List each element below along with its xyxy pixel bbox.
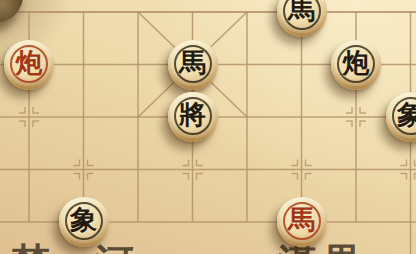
piece-glyph-general: 將 <box>168 101 218 128</box>
piece-glyph-elephant: 象 <box>386 101 416 128</box>
piece-black-horse-palace[interactable]: 馬 <box>168 40 218 90</box>
piece-black-elephant-left[interactable]: 象 <box>59 197 109 247</box>
piece-face: 馬 <box>277 197 327 243</box>
piece-face: 馬 <box>168 40 218 86</box>
piece-glyph-horse: 馬 <box>277 206 327 233</box>
piece-face: 將 <box>168 92 218 138</box>
piece-glyph-cannon: 炮 <box>331 49 381 76</box>
piece-face: 炮 <box>4 40 54 86</box>
piece-glyph-cannon: 炮 <box>4 49 54 76</box>
piece-face: 象 <box>59 197 109 243</box>
xiangqi-board[interactable]: 楚河漢界 馬炮馬炮將象象馬 <box>0 0 416 254</box>
piece-red-horse-river[interactable]: 馬 <box>277 197 327 247</box>
piece-face: 炮 <box>331 40 381 86</box>
piece-red-cannon-left[interactable]: 炮 <box>4 40 54 90</box>
piece-black-general[interactable]: 將 <box>168 92 218 142</box>
piece-glyph-elephant: 象 <box>59 206 109 233</box>
piece-black-cannon-right[interactable]: 炮 <box>331 40 381 90</box>
piece-face: 馬 <box>277 0 327 33</box>
piece-glyph-horse: 馬 <box>168 49 218 76</box>
piece-glyph-horse: 馬 <box>277 0 327 23</box>
